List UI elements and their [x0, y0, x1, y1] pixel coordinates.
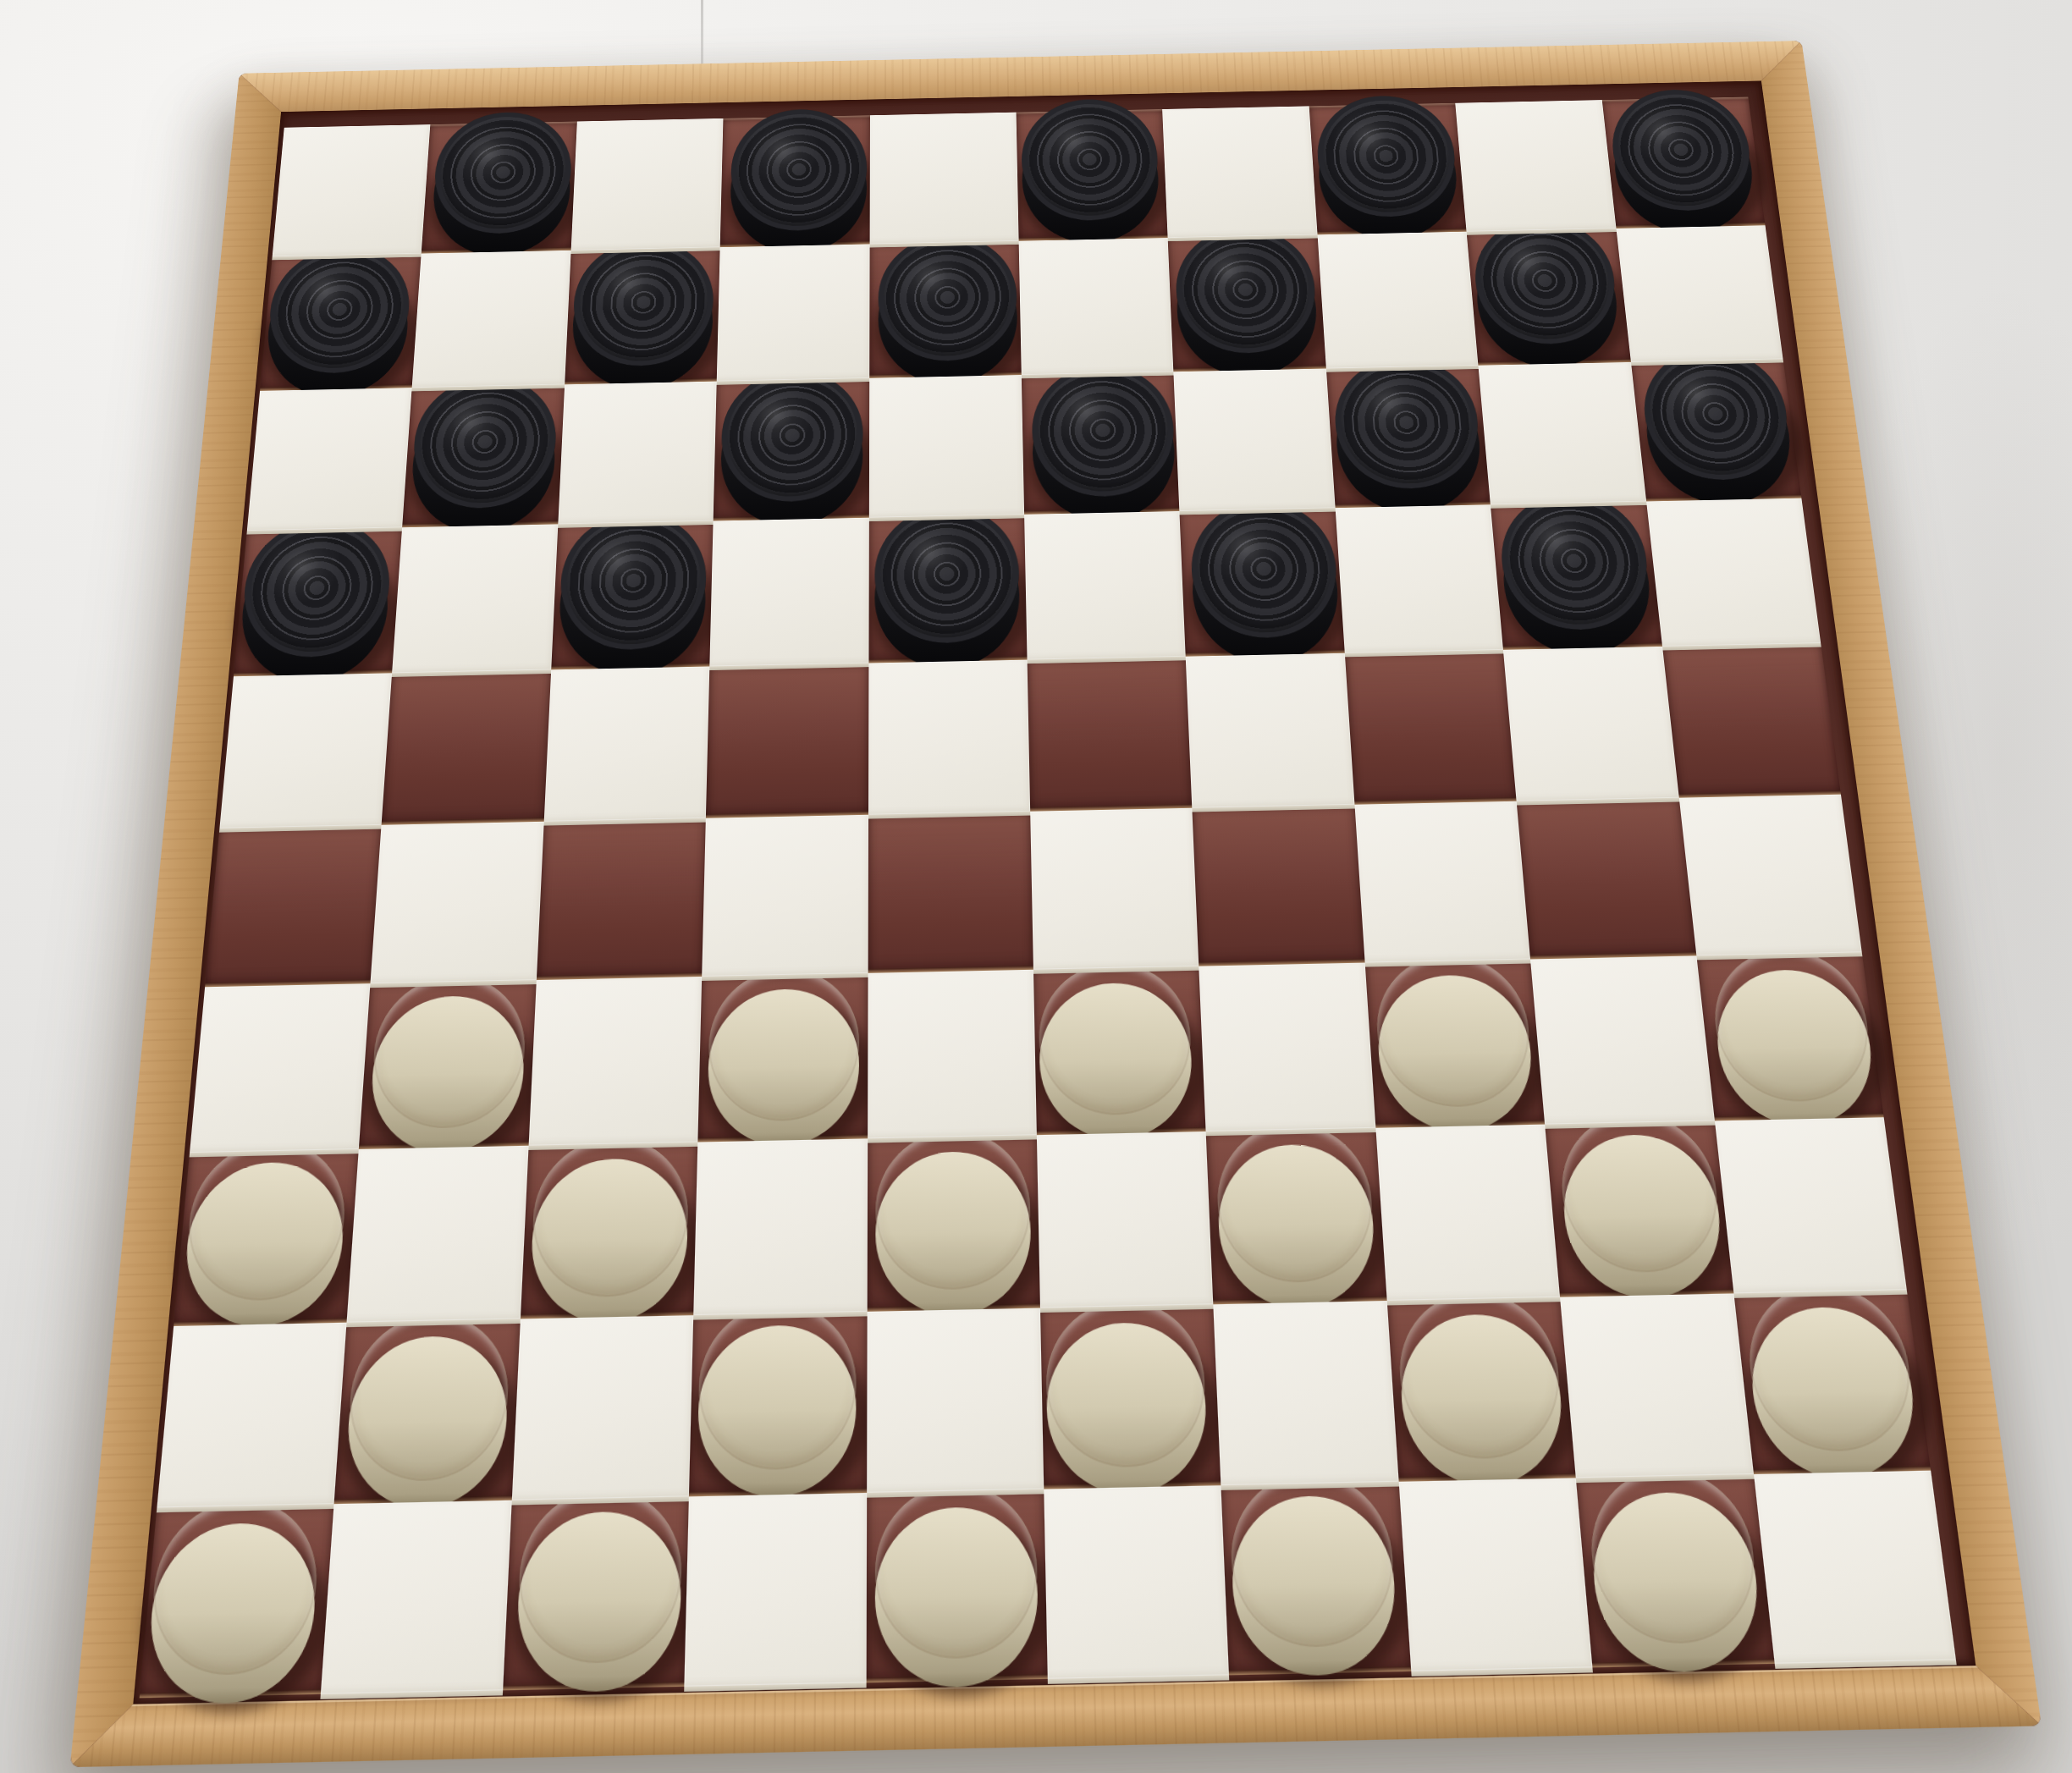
black-man-square-12[interactable]	[715, 379, 868, 519]
black-man-square-4[interactable]	[1310, 104, 1465, 234]
dark-square-26[interactable]	[205, 825, 382, 987]
light-square-r1c9	[1455, 100, 1616, 232]
light-square-r3c1	[247, 388, 412, 531]
white-man-square-36[interactable]	[174, 1148, 356, 1321]
light-square-r1c3	[570, 118, 723, 251]
black-man-square-1[interactable]	[426, 121, 578, 251]
checkers-board	[146, 0, 1926, 1693]
dark-square-17[interactable]	[551, 521, 714, 670]
black-man-square-14[interactable]	[1328, 366, 1490, 506]
dark-square-47[interactable]	[503, 1496, 689, 1690]
light-square-r5c5	[868, 660, 1031, 815]
black-man-square-20[interactable]	[1492, 503, 1661, 648]
light-square-r6c8	[1354, 801, 1530, 963]
white-man-square-44[interactable]	[1389, 1299, 1574, 1480]
light-square-r9c9	[1560, 1293, 1753, 1478]
light-square-r8c8	[1375, 1125, 1560, 1301]
dark-square-31[interactable]	[359, 980, 536, 1149]
dark-square-4[interactable]	[1309, 103, 1466, 235]
dark-square-16[interactable]	[234, 527, 403, 676]
dark-square-28[interactable]	[868, 812, 1033, 973]
light-square-r6c6	[1030, 808, 1199, 970]
black-man-square-7[interactable]	[566, 249, 719, 383]
light-square-r1c7	[1163, 106, 1318, 238]
light-square-r4c4	[710, 518, 869, 667]
dark-square-33[interactable]	[1033, 966, 1206, 1136]
board-perspective	[70, 41, 2042, 1767]
white-man-square-43[interactable]	[1039, 1308, 1216, 1489]
dark-square-50[interactable]	[1576, 1474, 1774, 1667]
light-square-r7c3	[528, 977, 702, 1146]
black-man-square-11[interactable]	[404, 386, 563, 526]
white-man-square-37[interactable]	[522, 1144, 697, 1318]
white-man-square-46[interactable]	[137, 1507, 328, 1698]
dark-square-19[interactable]	[1180, 508, 1345, 657]
white-man-square-38[interactable]	[868, 1137, 1039, 1310]
dark-square-22[interactable]	[706, 663, 868, 818]
dark-square-37[interactable]	[521, 1143, 698, 1319]
dark-square-7[interactable]	[565, 247, 720, 384]
light-square-r1c1	[273, 124, 431, 256]
dark-square-42[interactable]	[689, 1312, 867, 1496]
dark-square-12[interactable]	[714, 378, 869, 521]
light-square-r5c1	[219, 673, 392, 828]
light-square-r5c7	[1186, 653, 1354, 808]
dark-square-14[interactable]	[1326, 366, 1491, 508]
light-square-r8c4	[693, 1138, 867, 1315]
light-square-r9c3	[512, 1315, 694, 1500]
light-square-r4c8	[1335, 504, 1503, 652]
dark-square-20[interactable]	[1491, 501, 1662, 649]
white-man-square-48[interactable]	[868, 1491, 1045, 1681]
dark-square-5[interactable]	[1601, 97, 1765, 229]
light-square-r7c5	[868, 970, 1037, 1139]
dark-square-21[interactable]	[382, 669, 551, 824]
black-man-square-15[interactable]	[1634, 358, 1802, 498]
black-man-square-16[interactable]	[232, 530, 398, 676]
light-square-r1c5	[869, 113, 1018, 245]
light-square-r7c9	[1530, 955, 1714, 1124]
dark-square-35[interactable]	[1696, 952, 1884, 1121]
light-square-r3c5	[868, 375, 1024, 518]
light-square-r10c4	[685, 1493, 867, 1687]
dark-square-1[interactable]	[422, 122, 577, 254]
dark-square-41[interactable]	[334, 1319, 521, 1504]
light-square-r4c6	[1024, 511, 1186, 660]
light-square-r6c2	[371, 822, 544, 983]
black-man-square-10[interactable]	[1467, 227, 1628, 361]
dark-square-46[interactable]	[140, 1504, 334, 1698]
light-square-r9c5	[867, 1308, 1044, 1493]
dark-square-18[interactable]	[868, 515, 1028, 663]
white-man-square-32[interactable]	[700, 975, 867, 1141]
white-man-square-41[interactable]	[336, 1321, 518, 1502]
dark-square-2[interactable]	[720, 115, 870, 247]
light-square-r3c3	[558, 382, 717, 525]
dark-square-3[interactable]	[1017, 109, 1168, 241]
dark-square-40[interactable]	[1545, 1121, 1733, 1297]
light-square-r8c6	[1037, 1132, 1214, 1308]
black-man-square-8[interactable]	[873, 244, 1022, 378]
dark-square-8[interactable]	[869, 241, 1022, 378]
light-square-r2c4	[717, 244, 869, 381]
light-square-r5c3	[544, 666, 710, 821]
dark-square-6[interactable]	[260, 254, 422, 391]
white-man-square-33[interactable]	[1032, 969, 1201, 1135]
dark-square-34[interactable]	[1364, 959, 1545, 1127]
dark-square-43[interactable]	[1040, 1304, 1221, 1489]
light-square-r4c2	[392, 524, 558, 673]
dark-square-32[interactable]	[698, 973, 868, 1143]
light-square-r5c9	[1503, 647, 1678, 801]
light-square-r8c10	[1714, 1117, 1906, 1293]
dark-square-10[interactable]	[1467, 229, 1631, 366]
black-man-square-17[interactable]	[553, 522, 712, 668]
dark-square-39[interactable]	[1206, 1128, 1386, 1304]
light-square-r2c2	[412, 251, 570, 388]
white-man-square-50[interactable]	[1578, 1476, 1772, 1666]
dark-square-24[interactable]	[1345, 650, 1517, 805]
white-man-square-31[interactable]	[361, 982, 534, 1148]
dark-square-23[interactable]	[1028, 657, 1193, 812]
light-square-r2c8	[1317, 232, 1478, 369]
dark-square-45[interactable]	[1733, 1290, 1931, 1474]
white-man-square-40[interactable]	[1549, 1120, 1733, 1292]
dark-square-27[interactable]	[537, 818, 706, 980]
black-man-square-5[interactable]	[1603, 98, 1763, 227]
dark-square-44[interactable]	[1386, 1297, 1576, 1482]
black-man-square-3[interactable]	[1016, 107, 1165, 237]
light-square-r7c1	[190, 983, 371, 1153]
black-man-square-13[interactable]	[1026, 375, 1181, 515]
dark-square-13[interactable]	[1022, 372, 1180, 515]
light-square-r3c7	[1174, 369, 1336, 512]
light-square-r9c1	[157, 1323, 347, 1508]
light-square-r10c10	[1754, 1471, 1956, 1664]
black-man-square-2[interactable]	[725, 118, 871, 247]
dark-square-48[interactable]	[866, 1489, 1048, 1683]
light-square-r6c10	[1678, 795, 1861, 956]
light-square-r3c9	[1479, 362, 1646, 504]
white-man-square-39[interactable]	[1208, 1130, 1385, 1302]
white-man-square-35[interactable]	[1701, 955, 1885, 1121]
dark-square-25[interactable]	[1662, 643, 1841, 798]
dark-square-11[interactable]	[402, 384, 564, 527]
board-tray	[133, 80, 1976, 1704]
white-man-square-45[interactable]	[1735, 1291, 1928, 1473]
white-man-square-34[interactable]	[1367, 961, 1544, 1126]
black-man-square-9[interactable]	[1170, 236, 1325, 371]
light-square-r4c10	[1646, 498, 1821, 647]
white-man-square-42[interactable]	[689, 1310, 863, 1491]
dark-square-29[interactable]	[1193, 805, 1365, 966]
white-man-square-47[interactable]	[508, 1495, 691, 1685]
dark-square-38[interactable]	[867, 1135, 1040, 1312]
dark-square-30[interactable]	[1517, 798, 1696, 960]
black-man-square-19[interactable]	[1185, 511, 1347, 657]
dark-square-9[interactable]	[1168, 234, 1326, 372]
light-square-r2c10	[1616, 225, 1783, 362]
dark-square-49[interactable]	[1221, 1482, 1411, 1676]
light-square-r2c6	[1019, 238, 1174, 375]
light-square-r10c2	[321, 1500, 511, 1694]
white-man-square-49[interactable]	[1221, 1479, 1408, 1669]
black-man-square-6[interactable]	[258, 256, 416, 390]
light-square-r8c2	[347, 1146, 528, 1323]
light-square-r9c7	[1214, 1301, 1399, 1485]
light-square-r7c7	[1199, 963, 1375, 1132]
dark-square-15[interactable]	[1631, 359, 1802, 501]
photo-scene	[0, 0, 2072, 1773]
light-square-r6c4	[702, 815, 868, 977]
black-man-square-18[interactable]	[870, 516, 1026, 662]
dark-square-36[interactable]	[174, 1149, 359, 1326]
board-frame	[70, 41, 2042, 1767]
light-square-r10c8	[1398, 1478, 1592, 1671]
board-grid	[140, 97, 1956, 1699]
light-square-r10c6	[1044, 1485, 1229, 1679]
